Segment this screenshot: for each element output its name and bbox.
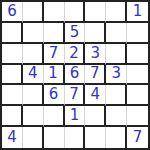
cell-r5c1[interactable] <box>2 85 23 106</box>
cell-r6c3[interactable] <box>44 106 65 127</box>
given-digit-r3c4[interactable]: 2 <box>65 44 86 65</box>
cell-r7c3[interactable] <box>44 127 65 148</box>
given-digit-r1c1[interactable]: 6 <box>2 2 23 23</box>
cell-r1c6[interactable] <box>106 2 127 23</box>
cell-r4c1[interactable] <box>2 65 23 86</box>
cell-r7c4[interactable] <box>65 127 86 148</box>
given-digit-r7c7[interactable]: 7 <box>127 127 148 148</box>
given-digit-r4c6[interactable]: 3 <box>106 65 127 86</box>
cell-r3c1[interactable] <box>2 44 23 65</box>
cell-r1c4[interactable] <box>65 2 86 23</box>
cell-r6c7[interactable] <box>127 106 148 127</box>
cell-r3c7[interactable] <box>127 44 148 65</box>
cell-r7c5[interactable] <box>85 127 106 148</box>
cell-r4c7[interactable] <box>127 65 148 86</box>
cell-r1c3[interactable] <box>44 2 65 23</box>
given-digit-r4c3[interactable]: 1 <box>44 65 65 86</box>
given-digit-r1c7[interactable]: 1 <box>127 2 148 23</box>
given-digit-r3c5[interactable]: 3 <box>85 44 106 65</box>
cell-r7c6[interactable] <box>106 127 127 148</box>
cell-r6c1[interactable] <box>2 106 23 127</box>
bricks-board: 61572341673674147 <box>0 0 150 150</box>
cell-r2c3[interactable] <box>44 23 65 44</box>
cell-r3c6[interactable] <box>106 44 127 65</box>
cell-r7c2[interactable] <box>23 127 44 148</box>
cell-r2c6[interactable] <box>106 23 127 44</box>
cell-r2c7[interactable] <box>127 23 148 44</box>
given-digit-r5c3[interactable]: 6 <box>44 85 65 106</box>
cell-r2c2[interactable] <box>23 23 44 44</box>
cell-r2c1[interactable] <box>2 23 23 44</box>
cell-r5c2[interactable] <box>23 85 44 106</box>
cell-r5c6[interactable] <box>106 85 127 106</box>
cell-r2c5[interactable] <box>85 23 106 44</box>
given-digit-r4c2[interactable]: 4 <box>23 65 44 86</box>
cell-r6c2[interactable] <box>23 106 44 127</box>
given-digit-r5c5[interactable]: 4 <box>85 85 106 106</box>
cell-r1c2[interactable] <box>23 2 44 23</box>
given-digit-r7c1[interactable]: 4 <box>2 127 23 148</box>
cell-r6c6[interactable] <box>106 106 127 127</box>
cell-r5c7[interactable] <box>127 85 148 106</box>
cell-r3c2[interactable] <box>23 44 44 65</box>
cell-r1c5[interactable] <box>85 2 106 23</box>
given-digit-r3c3[interactable]: 7 <box>44 44 65 65</box>
cell-r6c5[interactable] <box>85 106 106 127</box>
given-digit-r5c4[interactable]: 7 <box>65 85 86 106</box>
given-digit-r2c4[interactable]: 5 <box>65 23 86 44</box>
given-digit-r4c4[interactable]: 6 <box>65 65 86 86</box>
given-digit-r4c5[interactable]: 7 <box>85 65 106 86</box>
given-digit-r6c4[interactable]: 1 <box>65 106 86 127</box>
